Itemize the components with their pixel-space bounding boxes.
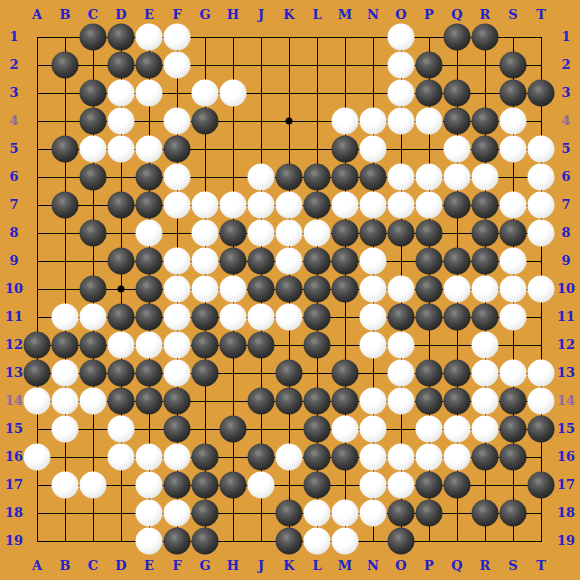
stone-O16[interactable] [388,444,415,471]
stone-R11[interactable] [472,304,499,331]
stone-P9[interactable] [416,248,443,275]
stone-F11[interactable] [164,304,191,331]
stone-F12[interactable] [164,332,191,359]
stone-C8[interactable] [80,220,107,247]
stone-F2[interactable] [164,52,191,79]
col-label-A: A [23,558,51,574]
stone-F5[interactable] [164,136,191,163]
col-label-H: H [219,7,247,23]
stone-M6[interactable] [332,164,359,191]
stone-S7[interactable] [500,192,527,219]
stone-J6[interactable] [248,164,275,191]
stone-H17[interactable] [220,472,247,499]
col-label-T: T [527,558,555,574]
stone-C1[interactable] [80,24,107,51]
stone-E11[interactable] [136,304,163,331]
stone-F9[interactable] [164,248,191,275]
stone-N10[interactable] [360,276,387,303]
stone-D12[interactable] [108,332,135,359]
row-label-15: 15 [0,421,28,437]
stone-O8[interactable] [388,220,415,247]
stone-C6[interactable] [80,164,107,191]
col-label-R: R [471,558,499,574]
stone-Q10[interactable] [444,276,471,303]
row-label-4: 4 [0,113,28,129]
stone-D14[interactable] [108,388,135,415]
stone-T3[interactable] [528,80,555,107]
stone-Q5[interactable] [444,136,471,163]
stone-N4[interactable] [360,108,387,135]
col-label-G: G [191,7,219,23]
stone-Q15[interactable] [444,416,471,443]
stone-O13[interactable] [388,360,415,387]
stone-G16[interactable] [192,444,219,471]
stone-J12[interactable] [248,332,275,359]
stone-O11[interactable] [388,304,415,331]
stone-O14[interactable] [388,388,415,415]
stone-B11[interactable] [52,304,79,331]
stone-F19[interactable] [164,528,191,555]
stone-R1[interactable] [472,24,499,51]
stone-F6[interactable] [164,164,191,191]
stone-F18[interactable] [164,500,191,527]
col-label-O: O [387,7,415,23]
stone-E1[interactable] [136,24,163,51]
stone-E17[interactable] [136,472,163,499]
col-label-P: P [415,7,443,23]
stone-T17[interactable] [528,472,555,499]
stone-R5[interactable] [472,136,499,163]
stone-N15[interactable] [360,416,387,443]
stone-T8[interactable] [528,220,555,247]
row-label-4: 4 [552,113,580,129]
stone-D7[interactable] [108,192,135,219]
stone-M16[interactable] [332,444,359,471]
row-label-7: 7 [0,197,28,213]
stone-P16[interactable] [416,444,443,471]
stone-S13[interactable] [500,360,527,387]
stone-D3[interactable] [108,80,135,107]
stone-R14[interactable] [472,388,499,415]
col-label-L: L [303,7,331,23]
stone-M15[interactable] [332,416,359,443]
stone-H8[interactable] [220,220,247,247]
stone-P2[interactable] [416,52,443,79]
row-label-2: 2 [0,57,28,73]
stone-P13[interactable] [416,360,443,387]
stone-D15[interactable] [108,416,135,443]
stone-B5[interactable] [52,136,79,163]
stone-L14[interactable] [304,388,331,415]
stone-O12[interactable] [388,332,415,359]
stone-F15[interactable] [164,416,191,443]
stone-M13[interactable] [332,360,359,387]
col-label-B: B [51,7,79,23]
stone-L12[interactable] [304,332,331,359]
stone-O18[interactable] [388,500,415,527]
stone-J17[interactable] [248,472,275,499]
stone-C10[interactable] [80,276,107,303]
stone-L6[interactable] [304,164,331,191]
stone-K11[interactable] [276,304,303,331]
stone-F10[interactable] [164,276,191,303]
stone-L10[interactable] [304,276,331,303]
star-point-K4 [286,118,293,125]
stone-F4[interactable] [164,108,191,135]
row-label-12: 12 [552,337,580,353]
stone-F7[interactable] [164,192,191,219]
stone-D4[interactable] [108,108,135,135]
stone-Q1[interactable] [444,24,471,51]
col-label-O: O [387,558,415,574]
stone-C13[interactable] [80,360,107,387]
stone-N18[interactable] [360,500,387,527]
stone-L19[interactable] [304,528,331,555]
col-label-N: N [359,7,387,23]
stone-N5[interactable] [360,136,387,163]
stone-B7[interactable] [52,192,79,219]
stone-Q13[interactable] [444,360,471,387]
row-label-9: 9 [552,253,580,269]
col-label-H: H [219,558,247,574]
col-label-R: R [471,7,499,23]
col-label-S: S [499,7,527,23]
col-label-C: C [79,558,107,574]
stone-G11[interactable] [192,304,219,331]
stone-M7[interactable] [332,192,359,219]
stone-C3[interactable] [80,80,107,107]
stone-M18[interactable] [332,500,359,527]
row-label-13: 13 [552,365,580,381]
stone-E12[interactable] [136,332,163,359]
stone-N16[interactable] [360,444,387,471]
stone-N6[interactable] [360,164,387,191]
row-label-8: 8 [552,225,580,241]
stone-F1[interactable] [164,24,191,51]
row-label-1: 1 [552,29,580,45]
stone-L17[interactable] [304,472,331,499]
stone-D2[interactable] [108,52,135,79]
stone-A14[interactable] [24,388,51,415]
row-label-11: 11 [0,309,28,325]
stone-S8[interactable] [500,220,527,247]
stone-N9[interactable] [360,248,387,275]
stone-K18[interactable] [276,500,303,527]
stone-L9[interactable] [304,248,331,275]
stone-E5[interactable] [136,136,163,163]
stone-C11[interactable] [80,304,107,331]
col-label-G: G [191,558,219,574]
stone-O10[interactable] [388,276,415,303]
stone-P18[interactable] [416,500,443,527]
stone-O4[interactable] [388,108,415,135]
stone-M10[interactable] [332,276,359,303]
row-label-15: 15 [552,421,580,437]
row-label-3: 3 [552,85,580,101]
row-label-1: 1 [0,29,28,45]
stone-M8[interactable] [332,220,359,247]
stone-G3[interactable] [192,80,219,107]
col-label-F: F [163,558,191,574]
stone-E9[interactable] [136,248,163,275]
stone-T7[interactable] [528,192,555,219]
row-label-5: 5 [0,141,28,157]
stone-E7[interactable] [136,192,163,219]
stone-C14[interactable] [80,388,107,415]
stone-E6[interactable] [136,164,163,191]
stone-K9[interactable] [276,248,303,275]
stone-S2[interactable] [500,52,527,79]
stone-P15[interactable] [416,416,443,443]
col-label-B: B [51,558,79,574]
stone-G10[interactable] [192,276,219,303]
stone-Q4[interactable] [444,108,471,135]
stone-S16[interactable] [500,444,527,471]
row-label-2: 2 [552,57,580,73]
stone-N12[interactable] [360,332,387,359]
stone-P10[interactable] [416,276,443,303]
stone-K14[interactable] [276,388,303,415]
col-label-K: K [275,558,303,574]
stone-R18[interactable] [472,500,499,527]
row-label-10: 10 [0,281,28,297]
stone-A12[interactable] [24,332,51,359]
stone-Q3[interactable] [444,80,471,107]
stone-P11[interactable] [416,304,443,331]
stone-D13[interactable] [108,360,135,387]
stone-Q14[interactable] [444,388,471,415]
stone-E18[interactable] [136,500,163,527]
stone-Q11[interactable] [444,304,471,331]
stone-S11[interactable] [500,304,527,331]
stone-H15[interactable] [220,416,247,443]
stone-J8[interactable] [248,220,275,247]
stone-T6[interactable] [528,164,555,191]
row-label-17: 17 [0,477,28,493]
stone-J10[interactable] [248,276,275,303]
row-label-8: 8 [0,225,28,241]
col-label-M: M [331,558,359,574]
stone-H11[interactable] [220,304,247,331]
stone-O19[interactable] [388,528,415,555]
col-label-F: F [163,7,191,23]
stone-T13[interactable] [528,360,555,387]
stone-L8[interactable] [304,220,331,247]
row-label-18: 18 [0,505,28,521]
stone-E2[interactable] [136,52,163,79]
stone-P6[interactable] [416,164,443,191]
stone-R8[interactable] [472,220,499,247]
stone-P4[interactable] [416,108,443,135]
col-label-S: S [499,558,527,574]
stone-S10[interactable] [500,276,527,303]
stone-O3[interactable] [388,80,415,107]
stone-J9[interactable] [248,248,275,275]
stone-Q7[interactable] [444,192,471,219]
stone-D1[interactable] [108,24,135,51]
stone-G13[interactable] [192,360,219,387]
stone-H3[interactable] [220,80,247,107]
stone-K8[interactable] [276,220,303,247]
stone-B2[interactable] [52,52,79,79]
col-label-L: L [303,558,331,574]
stone-M9[interactable] [332,248,359,275]
col-label-J: J [247,558,275,574]
stone-S5[interactable] [500,136,527,163]
stone-G18[interactable] [192,500,219,527]
row-label-3: 3 [0,85,28,101]
stone-Q6[interactable] [444,164,471,191]
row-label-9: 9 [0,253,28,269]
stone-O6[interactable] [388,164,415,191]
stone-K10[interactable] [276,276,303,303]
col-label-J: J [247,7,275,23]
stone-C12[interactable] [80,332,107,359]
stone-L11[interactable] [304,304,331,331]
stone-M14[interactable] [332,388,359,415]
stone-K6[interactable] [276,164,303,191]
stone-T5[interactable] [528,136,555,163]
stone-F14[interactable] [164,388,191,415]
go-board: ABCDEFGHJKLMNOPQRST ABCDEFGHJKLMNOPQRST … [0,0,580,580]
stone-B14[interactable] [52,388,79,415]
stone-D16[interactable] [108,444,135,471]
stone-K13[interactable] [276,360,303,387]
stone-B12[interactable] [52,332,79,359]
stone-G17[interactable] [192,472,219,499]
stone-S14[interactable] [500,388,527,415]
stone-L18[interactable] [304,500,331,527]
stone-P14[interactable] [416,388,443,415]
stone-G4[interactable] [192,108,219,135]
stone-Q17[interactable] [444,472,471,499]
stone-E14[interactable] [136,388,163,415]
stone-J7[interactable] [248,192,275,219]
stone-O2[interactable] [388,52,415,79]
stone-C5[interactable] [80,136,107,163]
stone-O17[interactable] [388,472,415,499]
col-label-Q: Q [443,558,471,574]
stone-M19[interactable] [332,528,359,555]
stone-E3[interactable] [136,80,163,107]
row-label-10: 10 [552,281,580,297]
stone-P17[interactable] [416,472,443,499]
stone-D9[interactable] [108,248,135,275]
stone-P7[interactable] [416,192,443,219]
star-point-D10 [118,286,125,293]
stone-S4[interactable] [500,108,527,135]
stone-J14[interactable] [248,388,275,415]
stone-E10[interactable] [136,276,163,303]
stone-D5[interactable] [108,136,135,163]
col-label-A: A [23,7,51,23]
row-label-19: 19 [0,533,28,549]
stone-T14[interactable] [528,388,555,415]
stone-P8[interactable] [416,220,443,247]
stone-R7[interactable] [472,192,499,219]
stone-E13[interactable] [136,360,163,387]
stone-R16[interactable] [472,444,499,471]
stone-T10[interactable] [528,276,555,303]
stone-G8[interactable] [192,220,219,247]
stone-R9[interactable] [472,248,499,275]
stone-R15[interactable] [472,416,499,443]
stone-S15[interactable] [500,416,527,443]
stone-H12[interactable] [220,332,247,359]
stone-B17[interactable] [52,472,79,499]
stone-B15[interactable] [52,416,79,443]
stone-B13[interactable] [52,360,79,387]
stone-E16[interactable] [136,444,163,471]
stone-Q16[interactable] [444,444,471,471]
stone-N17[interactable] [360,472,387,499]
stone-K19[interactable] [276,528,303,555]
stone-R10[interactable] [472,276,499,303]
stone-N8[interactable] [360,220,387,247]
stone-S18[interactable] [500,500,527,527]
stone-A13[interactable] [24,360,51,387]
stone-O7[interactable] [388,192,415,219]
stone-C4[interactable] [80,108,107,135]
stone-E19[interactable] [136,528,163,555]
stone-M4[interactable] [332,108,359,135]
stone-J11[interactable] [248,304,275,331]
stone-G12[interactable] [192,332,219,359]
stone-R4[interactable] [472,108,499,135]
stone-N7[interactable] [360,192,387,219]
stone-M5[interactable] [332,136,359,163]
stone-G19[interactable] [192,528,219,555]
col-label-K: K [275,7,303,23]
stone-L16[interactable] [304,444,331,471]
col-label-D: D [107,7,135,23]
stone-R13[interactable] [472,360,499,387]
stone-R6[interactable] [472,164,499,191]
stone-C17[interactable] [80,472,107,499]
col-label-Q: Q [443,7,471,23]
stone-K16[interactable] [276,444,303,471]
stone-G7[interactable] [192,192,219,219]
stone-H10[interactable] [220,276,247,303]
row-label-16: 16 [552,449,580,465]
stone-A16[interactable] [24,444,51,471]
row-label-18: 18 [552,505,580,521]
stone-F16[interactable] [164,444,191,471]
stone-L7[interactable] [304,192,331,219]
stone-E8[interactable] [136,220,163,247]
col-label-C: C [79,7,107,23]
stone-G9[interactable] [192,248,219,275]
stone-K7[interactable] [276,192,303,219]
stone-L15[interactable] [304,416,331,443]
stone-S3[interactable] [500,80,527,107]
stone-F13[interactable] [164,360,191,387]
stone-N14[interactable] [360,388,387,415]
stone-P3[interactable] [416,80,443,107]
stone-S9[interactable] [500,248,527,275]
stone-N11[interactable] [360,304,387,331]
stone-J16[interactable] [248,444,275,471]
stone-T15[interactable] [528,416,555,443]
stone-O1[interactable] [388,24,415,51]
stone-F17[interactable] [164,472,191,499]
stone-D11[interactable] [108,304,135,331]
stone-H9[interactable] [220,248,247,275]
row-label-6: 6 [0,169,28,185]
stone-H7[interactable] [220,192,247,219]
stone-Q9[interactable] [444,248,471,275]
stone-R12[interactable] [472,332,499,359]
